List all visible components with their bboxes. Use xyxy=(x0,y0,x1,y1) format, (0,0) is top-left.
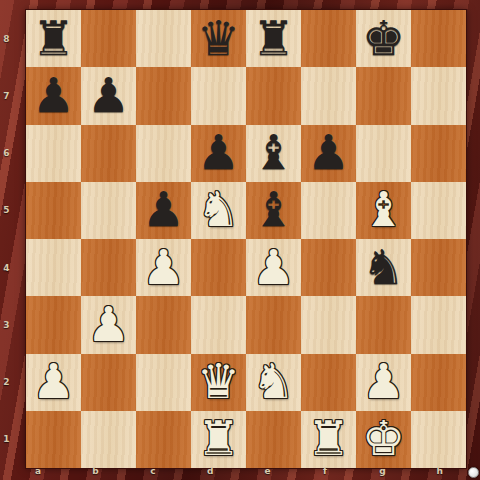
square-h5[interactable] xyxy=(411,182,466,239)
square-a6[interactable] xyxy=(26,125,81,182)
square-h8[interactable] xyxy=(411,10,466,67)
rank-label-7: 7 xyxy=(0,90,13,102)
square-d5[interactable]: ♞ xyxy=(191,182,246,239)
chess-board: ♜♛♜♚♟♟♟♝♟♟♞♝♝♟♟♞♟♟♛♞♟♜♜♚ xyxy=(26,10,466,468)
square-a2[interactable]: ♟ xyxy=(26,354,81,411)
white-knight[interactable]: ♞ xyxy=(197,185,240,233)
square-g1[interactable]: ♚ xyxy=(356,411,411,468)
square-b3[interactable]: ♟ xyxy=(81,296,136,353)
black-pawn[interactable]: ♟ xyxy=(307,128,350,176)
square-b7[interactable]: ♟ xyxy=(81,67,136,124)
square-f4[interactable] xyxy=(301,239,356,296)
white-pawn[interactable]: ♟ xyxy=(362,357,405,405)
square-a1[interactable] xyxy=(26,411,81,468)
square-g8[interactable]: ♚ xyxy=(356,10,411,67)
square-c5[interactable]: ♟ xyxy=(136,182,191,239)
square-a5[interactable] xyxy=(26,182,81,239)
file-label-b: b xyxy=(89,465,102,477)
square-d7[interactable] xyxy=(191,67,246,124)
black-bishop[interactable]: ♝ xyxy=(252,128,295,176)
rank-label-1: 1 xyxy=(0,433,13,445)
square-f5[interactable] xyxy=(301,182,356,239)
square-b5[interactable] xyxy=(81,182,136,239)
white-pawn[interactable]: ♟ xyxy=(142,243,185,291)
square-h2[interactable] xyxy=(411,354,466,411)
square-b2[interactable] xyxy=(81,354,136,411)
square-d8[interactable]: ♛ xyxy=(191,10,246,67)
rank-label-2: 2 xyxy=(0,376,13,388)
black-pawn[interactable]: ♟ xyxy=(87,71,130,119)
file-label-a: a xyxy=(32,465,45,477)
square-c3[interactable] xyxy=(136,296,191,353)
square-h3[interactable] xyxy=(411,296,466,353)
square-d6[interactable]: ♟ xyxy=(191,125,246,182)
square-e6[interactable]: ♝ xyxy=(246,125,301,182)
white-rook[interactable]: ♜ xyxy=(197,414,240,462)
square-d3[interactable] xyxy=(191,296,246,353)
rank-label-4: 4 xyxy=(0,262,13,274)
rank-label-3: 3 xyxy=(0,319,13,331)
square-b4[interactable] xyxy=(81,239,136,296)
white-rook[interactable]: ♜ xyxy=(307,414,350,462)
file-label-d: d xyxy=(204,465,217,477)
square-e8[interactable]: ♜ xyxy=(246,10,301,67)
square-f7[interactable] xyxy=(301,67,356,124)
square-e1[interactable] xyxy=(246,411,301,468)
square-g3[interactable] xyxy=(356,296,411,353)
square-h1[interactable] xyxy=(411,411,466,468)
square-f6[interactable]: ♟ xyxy=(301,125,356,182)
square-b8[interactable] xyxy=(81,10,136,67)
chess-diagram: ♜♛♜♚♟♟♟♝♟♟♞♝♝♟♟♞♟♟♛♞♟♜♜♚ 87654321abcdefg… xyxy=(0,0,480,480)
square-c6[interactable] xyxy=(136,125,191,182)
white-bishop[interactable]: ♝ xyxy=(362,185,405,233)
square-f2[interactable] xyxy=(301,354,356,411)
black-pawn[interactable]: ♟ xyxy=(142,185,185,233)
square-e3[interactable] xyxy=(246,296,301,353)
square-f8[interactable] xyxy=(301,10,356,67)
square-g2[interactable]: ♟ xyxy=(356,354,411,411)
file-label-g: g xyxy=(376,465,389,477)
square-a3[interactable] xyxy=(26,296,81,353)
white-pawn[interactable]: ♟ xyxy=(87,300,130,348)
white-knight[interactable]: ♞ xyxy=(252,357,295,405)
square-g6[interactable] xyxy=(356,125,411,182)
rank-label-8: 8 xyxy=(0,33,13,45)
square-f1[interactable]: ♜ xyxy=(301,411,356,468)
square-e4[interactable]: ♟ xyxy=(246,239,301,296)
square-c1[interactable] xyxy=(136,411,191,468)
square-g7[interactable] xyxy=(356,67,411,124)
black-pawn[interactable]: ♟ xyxy=(197,128,240,176)
black-rook[interactable]: ♜ xyxy=(32,14,75,62)
square-a4[interactable] xyxy=(26,239,81,296)
black-bishop[interactable]: ♝ xyxy=(252,185,295,233)
square-a7[interactable]: ♟ xyxy=(26,67,81,124)
square-b6[interactable] xyxy=(81,125,136,182)
square-d4[interactable] xyxy=(191,239,246,296)
square-h7[interactable] xyxy=(411,67,466,124)
file-label-h: h xyxy=(433,465,446,477)
square-c8[interactable] xyxy=(136,10,191,67)
rank-label-5: 5 xyxy=(0,204,13,216)
square-d2[interactable]: ♛ xyxy=(191,354,246,411)
square-c2[interactable] xyxy=(136,354,191,411)
square-c4[interactable]: ♟ xyxy=(136,239,191,296)
rank-label-6: 6 xyxy=(0,147,13,159)
black-queen[interactable]: ♛ xyxy=(197,14,240,62)
square-f3[interactable] xyxy=(301,296,356,353)
square-d1[interactable]: ♜ xyxy=(191,411,246,468)
square-e2[interactable]: ♞ xyxy=(246,354,301,411)
square-c7[interactable] xyxy=(136,67,191,124)
file-label-e: e xyxy=(261,465,274,477)
black-king[interactable]: ♚ xyxy=(362,14,405,62)
white-to-move-indicator xyxy=(468,467,479,478)
square-h6[interactable] xyxy=(411,125,466,182)
black-knight[interactable]: ♞ xyxy=(362,243,405,291)
square-a8[interactable]: ♜ xyxy=(26,10,81,67)
black-pawn[interactable]: ♟ xyxy=(32,71,75,119)
square-e7[interactable] xyxy=(246,67,301,124)
square-e5[interactable]: ♝ xyxy=(246,182,301,239)
square-g5[interactable]: ♝ xyxy=(356,182,411,239)
square-g4[interactable]: ♞ xyxy=(356,239,411,296)
white-pawn[interactable]: ♟ xyxy=(252,243,295,291)
square-b1[interactable] xyxy=(81,411,136,468)
black-rook[interactable]: ♜ xyxy=(252,14,295,62)
white-pawn[interactable]: ♟ xyxy=(32,357,75,405)
white-queen[interactable]: ♛ xyxy=(197,357,240,405)
file-label-c: c xyxy=(146,465,159,477)
white-king[interactable]: ♚ xyxy=(362,414,405,462)
square-h4[interactable] xyxy=(411,239,466,296)
file-label-f: f xyxy=(319,465,332,477)
